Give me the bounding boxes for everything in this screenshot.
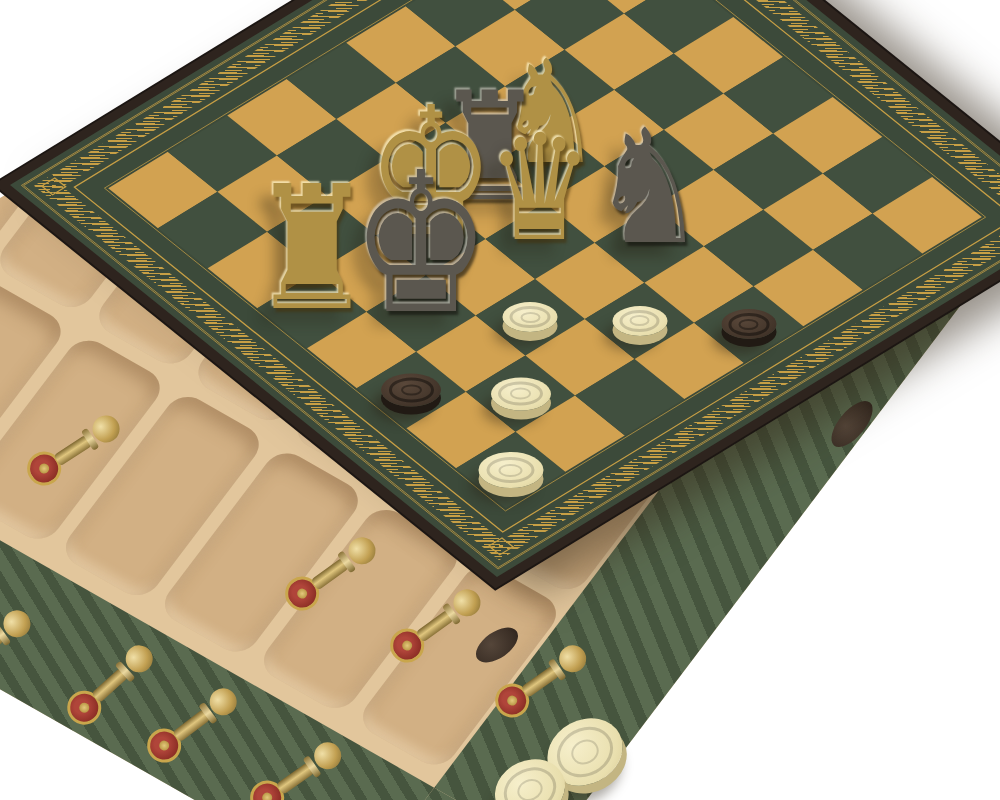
checker-cream-a1[interactable] bbox=[478, 452, 543, 488]
pieces-overlay: ♞♜♚♛♞♜♚ bbox=[0, 0, 1000, 800]
checker-dark-brown-e1[interactable] bbox=[721, 309, 776, 339]
product-photo-scene: ♞♜♚♛♞♜♚ bbox=[0, 0, 1000, 800]
checker-cream-c3[interactable] bbox=[503, 302, 558, 332]
piece-brass-gold-queen-d4[interactable]: ♛ bbox=[487, 114, 592, 261]
checker-cream-d2[interactable] bbox=[612, 306, 667, 336]
checker-cream-b2[interactable] bbox=[491, 377, 551, 410]
piece-pewter-black-knight-e3[interactable]: ♞ bbox=[593, 109, 706, 267]
piece-pewter-black-king-b4[interactable]: ♚ bbox=[352, 147, 491, 341]
checker-dark-brown-a3[interactable] bbox=[381, 374, 441, 407]
